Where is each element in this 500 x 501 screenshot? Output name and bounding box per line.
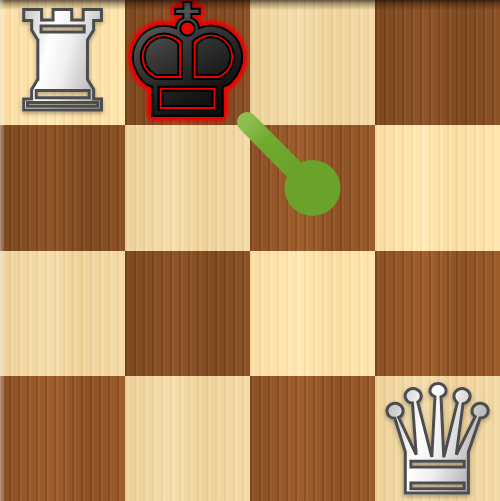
white-queen[interactable]: ♛ bbox=[375, 376, 500, 501]
black-king-in-check[interactable]: ♚ bbox=[125, 0, 250, 125]
white-rook[interactable]: ♜ bbox=[0, 0, 125, 125]
black-king-glyph: ♚ bbox=[118, 0, 258, 125]
pieces-layer: ♜ ♚ ♛ bbox=[0, 0, 500, 501]
chess-board-view: ♜ ♚ ♛ bbox=[0, 0, 500, 501]
white-rook-glyph: ♜ bbox=[1, 0, 125, 125]
white-queen-glyph: ♛ bbox=[370, 379, 500, 501]
